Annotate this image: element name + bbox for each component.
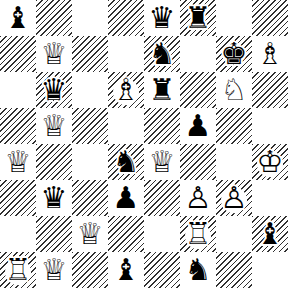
square-f7[interactable] [180,36,216,72]
square-b8[interactable] [36,0,72,36]
piece-black-pawn: ♟ [108,180,144,216]
square-e2[interactable] [144,216,180,252]
square-c5[interactable] [72,108,108,144]
piece-black-knight: ♞ [108,144,144,180]
square-b3[interactable]: ♛ [36,180,72,216]
square-e1[interactable] [144,252,180,288]
square-h1[interactable] [252,252,288,288]
square-a7[interactable] [0,36,36,72]
square-a1[interactable]: ♖ [0,252,36,288]
square-f2[interactable]: ♖ [180,216,216,252]
piece-black-knight: ♞ [180,252,216,288]
piece-black-king: ♚ [216,36,252,72]
square-a3[interactable] [0,180,36,216]
piece-black-queen: ♛ [144,0,180,36]
square-c7[interactable] [72,36,108,72]
piece-white-bishop: ♗ [252,36,288,72]
square-e4[interactable]: ♕ [144,144,180,180]
square-d3[interactable]: ♟ [108,180,144,216]
square-f4[interactable] [180,144,216,180]
square-d1[interactable]: ♝ [108,252,144,288]
square-h2[interactable]: ♝ [252,216,288,252]
square-c2[interactable]: ♕ [72,216,108,252]
square-d8[interactable] [108,0,144,36]
piece-white-queen: ♕ [36,252,72,288]
square-h8[interactable] [252,0,288,36]
piece-white-queen: ♕ [36,36,72,72]
square-d7[interactable] [108,36,144,72]
square-g5[interactable] [216,108,252,144]
square-c3[interactable] [72,180,108,216]
square-g4[interactable] [216,144,252,180]
square-g6[interactable]: ♘ [216,72,252,108]
square-b2[interactable] [36,216,72,252]
square-b5[interactable]: ♕ [36,108,72,144]
square-e8[interactable]: ♛ [144,0,180,36]
square-a6[interactable] [0,72,36,108]
piece-black-rook: ♜ [180,0,216,36]
square-f5[interactable]: ♟ [180,108,216,144]
piece-white-queen: ♕ [72,216,108,252]
square-d4[interactable]: ♞ [108,144,144,180]
piece-black-bishop: ♝ [108,252,144,288]
square-c8[interactable] [72,0,108,36]
piece-white-queen: ♕ [144,144,180,180]
square-g7[interactable]: ♚ [216,36,252,72]
square-d2[interactable] [108,216,144,252]
piece-black-queen: ♛ [36,72,72,108]
square-e7[interactable]: ♞ [144,36,180,72]
piece-white-pawn: ♙ [216,180,252,216]
square-h7[interactable]: ♗ [252,36,288,72]
square-e6[interactable]: ♜ [144,72,180,108]
square-b7[interactable]: ♕ [36,36,72,72]
square-a2[interactable] [0,216,36,252]
square-g1[interactable] [216,252,252,288]
piece-white-knight: ♘ [216,72,252,108]
square-a4[interactable]: ♕ [0,144,36,180]
square-h6[interactable] [252,72,288,108]
piece-black-bishop: ♝ [0,0,36,36]
square-g2[interactable] [216,216,252,252]
square-c6[interactable] [72,72,108,108]
piece-white-queen: ♕ [36,108,72,144]
square-b1[interactable]: ♕ [36,252,72,288]
square-a5[interactable] [0,108,36,144]
square-c4[interactable] [72,144,108,180]
square-d5[interactable] [108,108,144,144]
square-f3[interactable]: ♙ [180,180,216,216]
piece-black-rook: ♜ [144,72,180,108]
piece-black-bishop: ♝ [252,216,288,252]
piece-black-queen: ♛ [36,180,72,216]
square-b6[interactable]: ♛ [36,72,72,108]
square-g3[interactable]: ♙ [216,180,252,216]
piece-white-rook: ♖ [0,252,36,288]
square-h4[interactable]: ♔ [252,144,288,180]
piece-black-knight: ♞ [144,36,180,72]
square-f1[interactable]: ♞ [180,252,216,288]
square-f8[interactable]: ♜ [180,0,216,36]
square-e5[interactable] [144,108,180,144]
piece-white-rook: ♖ [180,216,216,252]
piece-white-bishop: ♗ [108,72,144,108]
square-f6[interactable] [180,72,216,108]
piece-white-pawn: ♙ [180,180,216,216]
piece-black-pawn: ♟ [180,108,216,144]
square-e3[interactable] [144,180,180,216]
square-b4[interactable] [36,144,72,180]
square-h5[interactable] [252,108,288,144]
square-c1[interactable] [72,252,108,288]
piece-white-queen: ♕ [0,144,36,180]
piece-white-king: ♔ [252,144,288,180]
square-g8[interactable] [216,0,252,36]
square-d6[interactable]: ♗ [108,72,144,108]
chess-board: ♝♛♜♕♞♚♗♛♗♜♘♕♟♕♞♕♔♛♟♙♙♕♖♝♖♕♝♞ [0,0,288,288]
square-h3[interactable] [252,180,288,216]
square-a8[interactable]: ♝ [0,0,36,36]
